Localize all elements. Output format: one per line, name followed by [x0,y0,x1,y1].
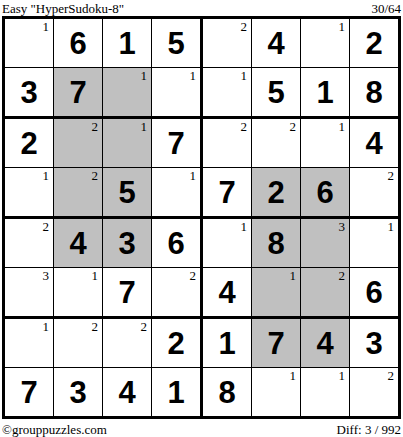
footer: ©grouppuzzles.com Diff: 3 / 992 [0,419,403,437]
pencil-mark: 1 [339,119,346,134]
cell-r3c1[interactable]: 2 [5,119,54,168]
cell-r2c8[interactable]: 8 [350,68,398,119]
cell-value: 4 [218,277,235,308]
cell-value: 1 [118,28,135,59]
cell-r5c3[interactable]: 3 [103,219,152,268]
cell-r7c4[interactable]: 2 [152,319,203,368]
cell-r5c6[interactable]: 8 [252,219,301,268]
cell-value: 2 [365,28,382,59]
cell-r5c8[interactable]: 1 [350,219,398,268]
cell-r6c7[interactable]: 2 [301,268,350,319]
pencil-mark: 2 [190,268,197,283]
cell-value: 6 [167,228,184,259]
cell-r4c7[interactable]: 6 [301,168,350,219]
pencil-mark: 2 [388,368,395,383]
header: Easy "HyperSudoku-8" 30/64 [0,0,403,16]
cell-value: 4 [316,328,333,359]
pencil-mark: 2 [43,219,50,234]
cell-r6c3[interactable]: 7 [103,268,152,319]
cell-r2c5[interactable]: 1 [203,68,252,119]
pencil-mark: 2 [388,168,395,183]
cell-r8c5[interactable]: 8 [203,368,252,416]
cell-r7c3[interactable]: 2 [103,319,152,368]
cell-r1c4[interactable]: 5 [152,19,203,68]
pencil-mark: 1 [190,168,197,183]
cell-value: 4 [267,28,284,59]
cell-value: 7 [118,277,135,308]
cell-value: 6 [69,28,86,59]
pencil-mark: 1 [388,219,395,234]
cell-r1c6[interactable]: 4 [252,19,301,68]
pencil-mark: 2 [241,19,248,34]
cell-r4c1[interactable]: 1 [5,168,54,219]
pencil-mark: 2 [241,119,248,134]
pencil-mark: 1 [141,119,148,134]
cell-r3c3[interactable]: 1 [103,119,152,168]
cell-r7c7[interactable]: 4 [301,319,350,368]
pencil-mark: 1 [241,68,248,83]
cell-value: 7 [218,177,235,208]
cell-r4c3[interactable]: 5 [103,168,152,219]
cell-r1c3[interactable]: 1 [103,19,152,68]
cell-r6c5[interactable]: 4 [203,268,252,319]
pencil-mark: 1 [339,19,346,34]
cell-r5c2[interactable]: 4 [54,219,103,268]
cell-r8c8[interactable]: 2 [350,368,398,416]
pencil-mark: 2 [92,319,99,334]
cell-r5c5[interactable]: 1 [203,219,252,268]
puzzle-title: Easy "HyperSudoku-8" [2,1,124,16]
pencil-mark: 1 [43,319,50,334]
difficulty-text: Diff: 3 / 992 [337,422,401,437]
cell-r6c2[interactable]: 1 [54,268,103,319]
cell-r3c8[interactable]: 4 [350,119,398,168]
cell-r2c7[interactable]: 1 [301,68,350,119]
pencil-mark: 1 [241,219,248,234]
cell-r3c5[interactable]: 2 [203,119,252,168]
cell-r7c8[interactable]: 3 [350,319,398,368]
cell-value: 7 [20,377,37,408]
cell-value: 3 [365,328,382,359]
cell-value: 1 [316,77,333,108]
cell-r8c3[interactable]: 4 [103,368,152,416]
cell-r4c6[interactable]: 2 [252,168,301,219]
cell-value: 7 [267,328,284,359]
cell-value: 4 [118,377,135,408]
cell-value: 8 [365,77,382,108]
cell-value: 5 [118,177,135,208]
pencil-mark: 1 [339,368,346,383]
cell-value: 4 [69,228,86,259]
pencil-mark: 2 [92,168,99,183]
cell-r2c1[interactable]: 3 [5,68,54,119]
copyright-text: ©grouppuzzles.com [2,422,107,437]
cell-r2c2[interactable]: 7 [54,68,103,119]
pencil-mark: 1 [190,68,197,83]
cell-value: 6 [316,177,333,208]
pencil-mark: 1 [43,19,50,34]
cell-value: 2 [20,128,37,159]
cell-r8c2[interactable]: 3 [54,368,103,416]
cell-r5c7[interactable]: 3 [301,219,350,268]
pencil-mark: 2 [339,268,346,283]
cell-r8c1[interactable]: 7 [5,368,54,416]
cell-r8c6[interactable]: 1 [252,368,301,416]
cell-r2c3[interactable]: 1 [103,68,152,119]
cell-value: 3 [69,377,86,408]
pencil-mark: 2 [290,119,297,134]
sudoku-board: 1615241237111518221722141251726224361831… [2,16,401,419]
cell-r4c2[interactable]: 2 [54,168,103,219]
cell-value: 2 [267,177,284,208]
cell-r7c6[interactable]: 7 [252,319,301,368]
pencil-mark: 2 [92,119,99,134]
cell-r6c1[interactable]: 3 [5,268,54,319]
cell-r4c8[interactable]: 2 [350,168,398,219]
cell-r5c4[interactable]: 6 [152,219,203,268]
cell-r7c5[interactable]: 1 [203,319,252,368]
cell-r4c4[interactable]: 1 [152,168,203,219]
cell-r1c8[interactable]: 2 [350,19,398,68]
pencil-mark: 1 [92,268,99,283]
cell-r2c4[interactable]: 1 [152,68,203,119]
cell-value: 2 [167,328,184,359]
cell-value: 4 [365,128,382,159]
cell-value: 6 [365,277,382,308]
cell-value: 3 [20,77,37,108]
cell-r1c7[interactable]: 1 [301,19,350,68]
cell-r6c8[interactable]: 6 [350,268,398,319]
cell-value: 8 [218,377,235,408]
cell-r1c5[interactable]: 2 [203,19,252,68]
cell-r3c4[interactable]: 7 [152,119,203,168]
cell-value: 1 [167,377,184,408]
cell-r6c4[interactable]: 2 [152,268,203,319]
cell-r4c5[interactable]: 7 [203,168,252,219]
pencil-mark: 1 [290,268,297,283]
pencil-mark: 1 [43,168,50,183]
cell-r6c6[interactable]: 1 [252,268,301,319]
cell-r3c2[interactable]: 2 [54,119,103,168]
pencil-mark: 3 [43,268,50,283]
cell-r7c2[interactable]: 2 [54,319,103,368]
cell-value: 1 [218,328,235,359]
pencil-mark: 2 [141,319,148,334]
cell-r8c4[interactable]: 1 [152,368,203,416]
cell-r8c7[interactable]: 1 [301,368,350,416]
pencil-mark: 1 [141,68,148,83]
cell-value: 7 [167,128,184,159]
cell-value: 7 [69,77,86,108]
cell-value: 5 [267,77,284,108]
pencil-mark: 3 [339,219,346,234]
cell-r3c6[interactable]: 2 [252,119,301,168]
cell-r1c1[interactable]: 1 [5,19,54,68]
cell-r1c2[interactable]: 6 [54,19,103,68]
pencil-mark: 1 [290,368,297,383]
cell-value: 5 [167,28,184,59]
cell-r2c6[interactable]: 5 [252,68,301,119]
cell-r5c1[interactable]: 2 [5,219,54,268]
cell-value: 3 [118,228,135,259]
cell-r7c1[interactable]: 1 [5,319,54,368]
progress-counter: 30/64 [371,1,401,16]
cell-r3c7[interactable]: 1 [301,119,350,168]
cell-value: 8 [267,228,284,259]
